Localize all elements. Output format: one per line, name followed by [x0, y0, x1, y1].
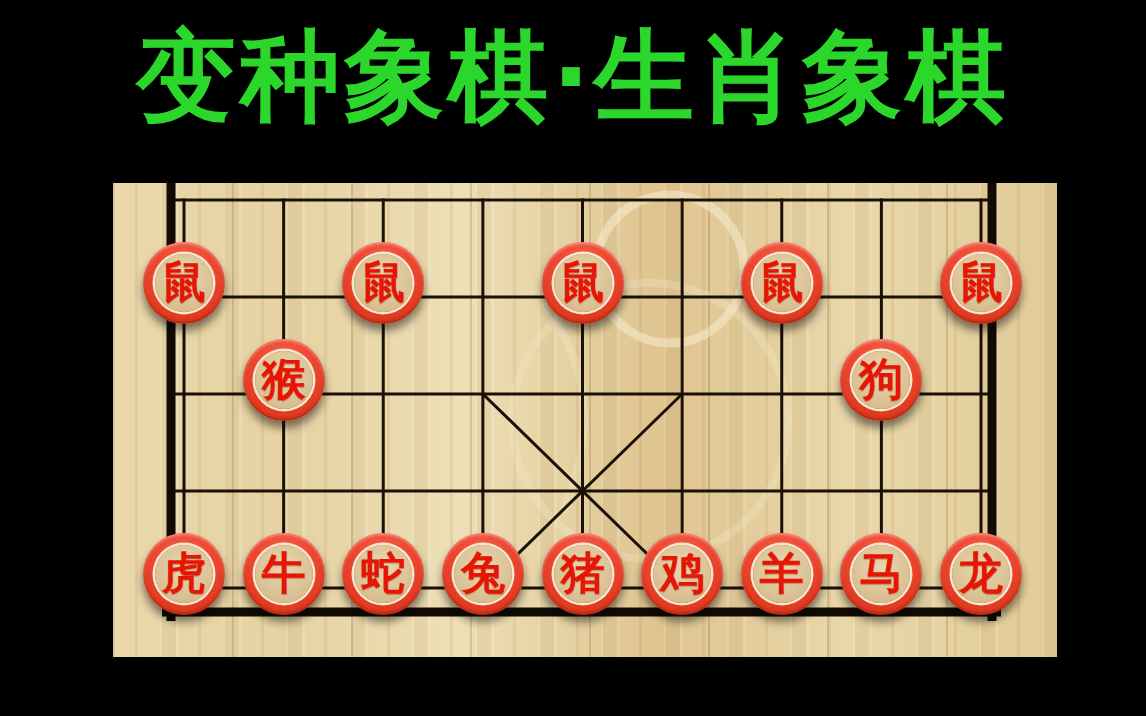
piece-ox[interactable]: 牛 — [243, 533, 325, 615]
piece-character: 鸡 — [660, 551, 704, 595]
piece-face: 羊 — [753, 545, 811, 603]
piece-character: 鼠 — [959, 260, 1003, 304]
piece-character: 牛 — [262, 551, 306, 595]
piece-character: 鼠 — [760, 260, 804, 304]
piece-face: 狗 — [852, 351, 910, 409]
piece-pig[interactable]: 猪 — [542, 533, 624, 615]
piece-dragon[interactable]: 龙 — [940, 533, 1022, 615]
piece-face: 猴 — [255, 351, 313, 409]
piece-character: 狗 — [859, 357, 903, 401]
piece-character: 马 — [859, 551, 903, 595]
piece-rat[interactable]: 鼠 — [143, 242, 225, 324]
piece-rat[interactable]: 鼠 — [542, 242, 624, 324]
piece-face: 鼠 — [155, 254, 213, 312]
piece-face: 鼠 — [554, 254, 612, 312]
piece-character: 蛇 — [361, 551, 405, 595]
piece-rat[interactable]: 鼠 — [741, 242, 823, 324]
piece-character: 龙 — [959, 551, 1003, 595]
piece-character: 猴 — [262, 357, 306, 401]
piece-character: 鼠 — [361, 260, 405, 304]
piece-face: 猪 — [554, 545, 612, 603]
piece-face: 鼠 — [753, 254, 811, 312]
screenshot-root: 变种象棋·生肖象棋 鼠鼠鼠鼠鼠猴狗虎牛蛇兔猪鸡羊马龙 — [0, 0, 1146, 716]
piece-character: 羊 — [760, 551, 804, 595]
piece-tiger[interactable]: 虎 — [143, 533, 225, 615]
piece-character: 兔 — [461, 551, 505, 595]
piece-rabbit[interactable]: 兔 — [442, 533, 524, 615]
piece-goat[interactable]: 羊 — [741, 533, 823, 615]
piece-rat[interactable]: 鼠 — [940, 242, 1022, 324]
piece-character: 鼠 — [561, 260, 605, 304]
piece-face: 马 — [852, 545, 910, 603]
piece-face: 鼠 — [354, 254, 412, 312]
piece-character: 鼠 — [162, 260, 206, 304]
board-watermark — [512, 195, 788, 559]
piece-snake[interactable]: 蛇 — [342, 533, 424, 615]
piece-horse[interactable]: 马 — [840, 533, 922, 615]
piece-face: 兔 — [454, 545, 512, 603]
piece-face: 牛 — [255, 545, 313, 603]
piece-rooster[interactable]: 鸡 — [641, 533, 723, 615]
xiangqi-board[interactable]: 鼠鼠鼠鼠鼠猴狗虎牛蛇兔猪鸡羊马龙 — [113, 183, 1057, 657]
piece-rat[interactable]: 鼠 — [342, 242, 424, 324]
page-title: 变种象棋·生肖象棋 — [0, 22, 1146, 132]
piece-face: 鸡 — [653, 545, 711, 603]
piece-face: 蛇 — [354, 545, 412, 603]
piece-face: 鼠 — [952, 254, 1010, 312]
piece-face: 虎 — [155, 545, 213, 603]
piece-face: 龙 — [952, 545, 1010, 603]
piece-character: 猪 — [561, 551, 605, 595]
piece-dog[interactable]: 狗 — [840, 339, 922, 421]
piece-monkey[interactable]: 猴 — [243, 339, 325, 421]
piece-character: 虎 — [162, 551, 206, 595]
